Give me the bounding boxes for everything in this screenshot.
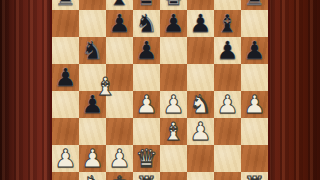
square-h7 [241,10,268,37]
square-d4: ♟ [133,91,160,118]
white-rook-h1: ♜ [241,172,268,180]
white-pawn-d4: ♟ [133,91,160,118]
white-pawn-h4: ♟ [241,91,268,118]
square-b5: ♝ [79,64,106,91]
square-b8 [79,0,106,10]
square-d1: ♜ [133,172,160,180]
square-d2: ♛ [133,145,160,172]
square-a3 [52,118,79,145]
square-e2 [160,145,187,172]
black-pawn-c7: ♟ [106,10,133,37]
square-f6 [187,37,214,64]
square-g5 [214,64,241,91]
white-king-c1: ♚ [106,172,133,180]
black-pawn-e7: ♟ [160,10,187,37]
square-d3 [133,118,160,145]
square-a6 [52,37,79,64]
square-f1 [187,172,214,180]
square-c1: ♚ [106,172,133,180]
square-f4: ♞ [187,91,214,118]
square-h4: ♟ [241,91,268,118]
square-g4: ♟ [214,91,241,118]
board-frame: ♜♝♛♚♜♟♞♟♟♝♞♟♟♟♟♝♟♟♟♞♟♟♝♟♟♟♟♛♞♚♜♜ [50,0,270,180]
black-pawn-d6: ♟ [133,37,160,64]
white-pawn-b2: ♟ [79,145,106,172]
square-f2 [187,145,214,172]
square-a7 [52,10,79,37]
square-g3 [214,118,241,145]
black-knight-d7: ♞ [133,10,160,37]
white-bishop-b5: ♝ [92,73,119,100]
square-b7 [79,10,106,37]
black-pawn-a5: ♟ [52,64,79,91]
black-pawn-g6: ♟ [214,37,241,64]
square-h6: ♟ [241,37,268,64]
square-h8: ♜ [241,0,268,10]
square-h5 [241,64,268,91]
square-d5 [133,64,160,91]
white-pawn-c2: ♟ [106,145,133,172]
square-a4 [52,91,79,118]
white-knight-b1: ♞ [79,172,106,180]
square-f5 [187,64,214,91]
square-a8: ♜ [52,0,79,10]
square-b6: ♞ [79,37,106,64]
black-pawn-f7: ♟ [187,10,214,37]
video-frame[interactable]: ♜♝♛♚♜♟♞♟♟♝♞♟♟♟♟♝♟♟♟♞♟♟♝♟♟♟♟♛♞♚♜♜ [0,0,320,180]
square-c3 [106,118,133,145]
white-pawn-a2: ♟ [52,145,79,172]
white-bishop-e3: ♝ [160,118,187,145]
square-f3: ♟ [187,118,214,145]
square-a2: ♟ [52,145,79,172]
square-g1 [214,172,241,180]
white-pawn-g4: ♟ [214,91,241,118]
black-pawn-h6: ♟ [241,37,268,64]
square-b3 [79,118,106,145]
square-h1: ♜ [241,172,268,180]
square-e6 [160,37,187,64]
square-e5 [160,64,187,91]
square-a1 [52,172,79,180]
square-d7: ♞ [133,10,160,37]
square-f7: ♟ [187,10,214,37]
white-knight-f4: ♞ [187,91,214,118]
chess-board: ♜♝♛♚♜♟♞♟♟♝♞♟♟♟♟♝♟♟♟♞♟♟♝♟♟♟♟♛♞♚♜♜ [52,0,268,180]
square-e7: ♟ [160,10,187,37]
square-c6 [106,37,133,64]
white-queen-d2: ♛ [133,145,160,172]
square-c7: ♟ [106,10,133,37]
black-rook-h8: ♜ [241,0,268,10]
square-e4: ♟ [160,91,187,118]
square-d6: ♟ [133,37,160,64]
square-h2 [241,145,268,172]
white-pawn-e4: ♟ [160,91,187,118]
square-g7: ♝ [214,10,241,37]
square-a5: ♟ [52,64,79,91]
square-b2: ♟ [79,145,106,172]
white-pawn-f3: ♟ [187,118,214,145]
white-rook-d1: ♜ [133,172,160,180]
black-knight-b6: ♞ [79,37,106,64]
black-bishop-g7: ♝ [214,10,241,37]
square-b1: ♞ [79,172,106,180]
square-g2 [214,145,241,172]
square-e1 [160,172,187,180]
square-h3 [241,118,268,145]
square-c2: ♟ [106,145,133,172]
square-g6: ♟ [214,37,241,64]
black-rook-a8: ♜ [52,0,79,10]
square-e3: ♝ [160,118,187,145]
